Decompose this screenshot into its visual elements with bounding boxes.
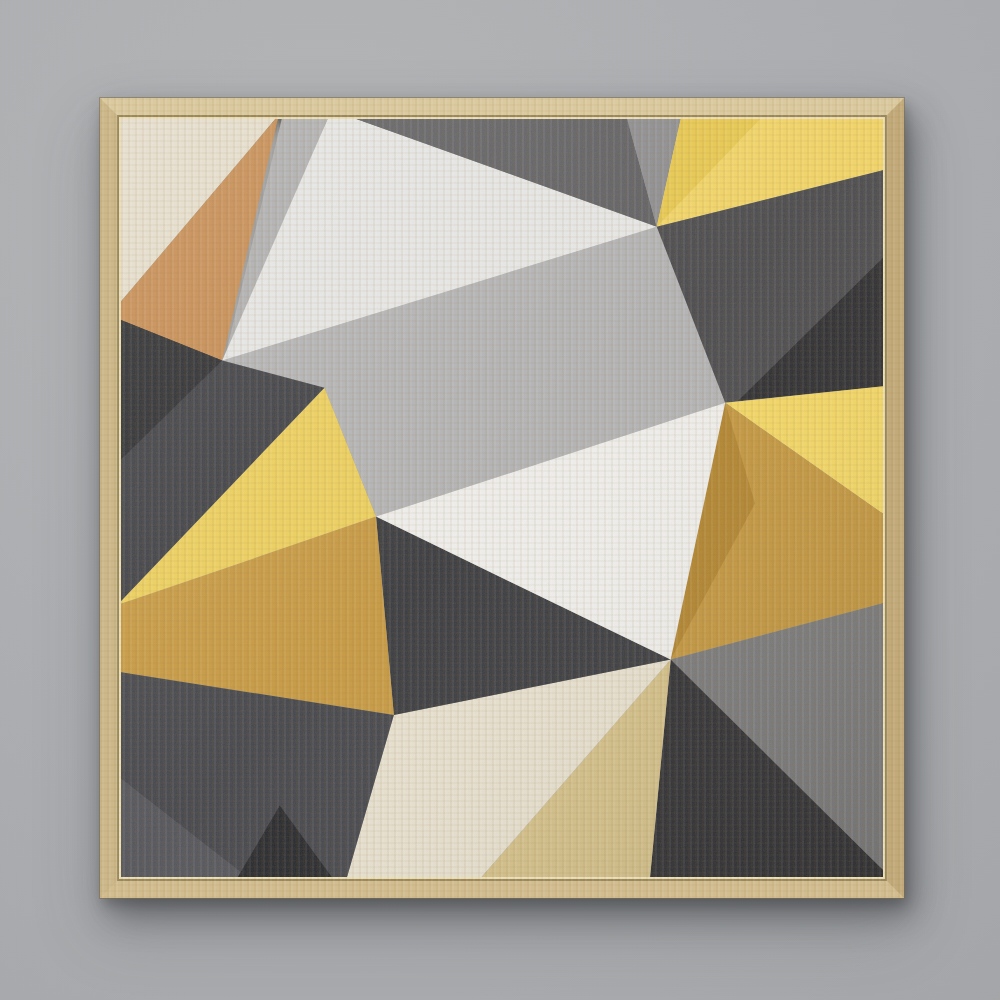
picture-frame bbox=[100, 98, 904, 898]
artwork-canvas bbox=[121, 119, 883, 877]
sheen-overlay bbox=[121, 119, 883, 877]
geometric-artwork-svg bbox=[121, 119, 883, 877]
wall bbox=[0, 0, 1000, 1000]
